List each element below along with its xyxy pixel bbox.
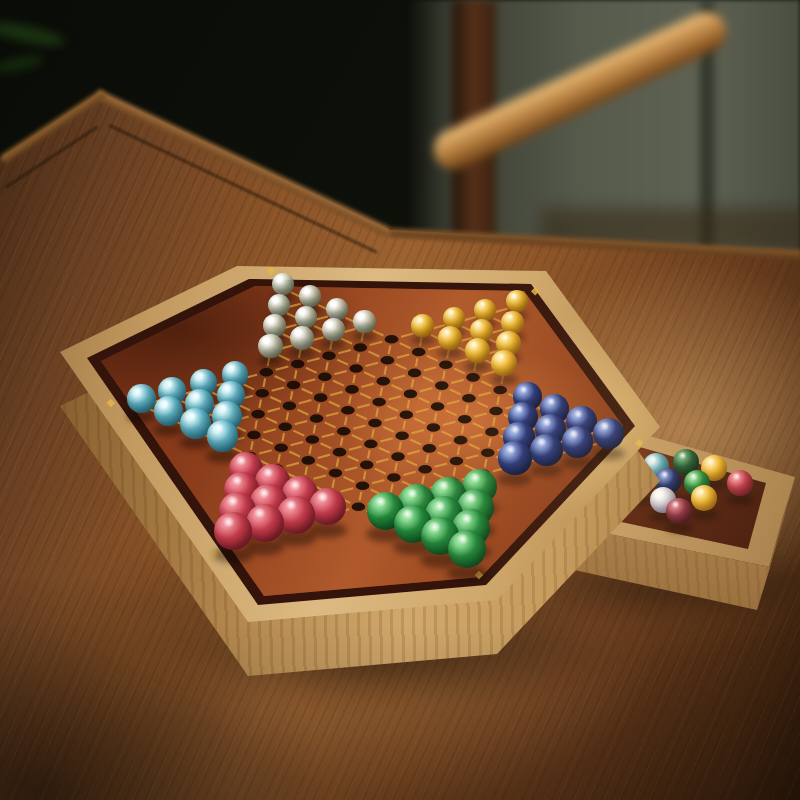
marble-highlight [133,388,143,395]
marble-highlight [510,425,521,433]
marble-highlight [447,309,455,315]
marble-teal[interactable] [207,420,239,452]
marble-highlight [519,386,529,393]
marble-teal[interactable] [154,396,184,426]
marble-highlight [599,422,610,430]
marble-highlight [231,476,243,485]
marble-highlight [437,481,449,490]
marble-highlight [253,508,266,518]
marble-highlight [276,275,283,281]
marble-blue[interactable] [498,441,531,474]
marble-highlight [470,341,478,347]
marble-highlight [568,430,579,438]
marble-highlight [222,384,232,391]
marble-clear[interactable] [290,326,314,350]
marble-highlight [416,317,424,323]
marble-highlight [164,380,174,387]
marble-highlight [501,334,509,340]
marble-highlight [358,313,366,319]
marble-highlight [272,296,279,302]
marble-green[interactable] [448,530,486,568]
marble-highlight [510,293,517,299]
marble-highlight [227,364,236,371]
marble-highlight [258,488,270,498]
marble-highlight [159,400,169,408]
marble-clear[interactable] [272,273,294,295]
marble-blue[interactable] [562,426,594,458]
marble-highlight [479,301,486,307]
marble-highlight [326,321,334,327]
marble-highlight [304,288,311,294]
marble-blue[interactable] [530,434,563,467]
marble-highlight [316,492,329,502]
marble-highlight [235,456,247,465]
marble-yellow[interactable] [474,299,496,321]
marble-highlight [295,329,303,335]
marble-highlight [299,309,307,315]
marble-highlight [226,496,239,506]
marble-yellow[interactable] [438,326,462,350]
marble-highlight [506,314,514,320]
marble-highlight [514,405,524,413]
marble-highlight [443,329,451,335]
marble-highlight [469,473,481,482]
marble-clear[interactable] [326,298,348,320]
marble-yellow[interactable] [501,311,524,334]
marble-highlight [536,438,547,446]
marble-highlight [428,522,441,532]
marble-highlight [289,480,301,489]
marble-highlight [374,497,387,507]
marble-highlight [456,534,469,544]
marble-teal[interactable] [127,384,156,413]
marble-highlight [573,410,583,418]
marble-highlight [268,317,276,323]
marble-yellow[interactable] [506,290,528,312]
marble-highlight [222,517,235,527]
marble-clear[interactable] [322,318,345,341]
marble-highlight [285,500,298,510]
marble-highlight [546,398,556,406]
marble-highlight [218,404,228,412]
marble-yellow[interactable] [411,314,434,337]
marble-highlight [331,301,338,307]
marble-highlight [474,321,482,327]
marble-yellow[interactable] [465,338,490,363]
marble-highlight [460,514,473,524]
marble-highlight [433,501,446,511]
marble-highlight [406,489,419,499]
marble-highlight [464,493,477,503]
marble-highlight [213,424,224,432]
marble-highlight [541,418,552,426]
marble-blue[interactable] [593,418,624,449]
photo-scene [0,0,800,800]
marble-clear[interactable] [295,306,317,328]
marble-highlight [262,468,274,477]
marble-clear[interactable] [268,294,290,316]
marble-clear[interactable] [353,310,376,333]
marble-highlight [505,445,516,454]
marble-layer [0,0,800,800]
marble-highlight [497,353,506,360]
marble-yellow[interactable] [491,350,517,376]
marble-clear[interactable] [258,334,282,358]
marble-highlight [196,372,205,379]
marble-highlight [186,412,196,420]
marble-highlight [401,509,414,519]
marble-highlight [191,392,201,400]
marble-highlight [263,337,271,343]
marble-clear[interactable] [299,285,321,307]
